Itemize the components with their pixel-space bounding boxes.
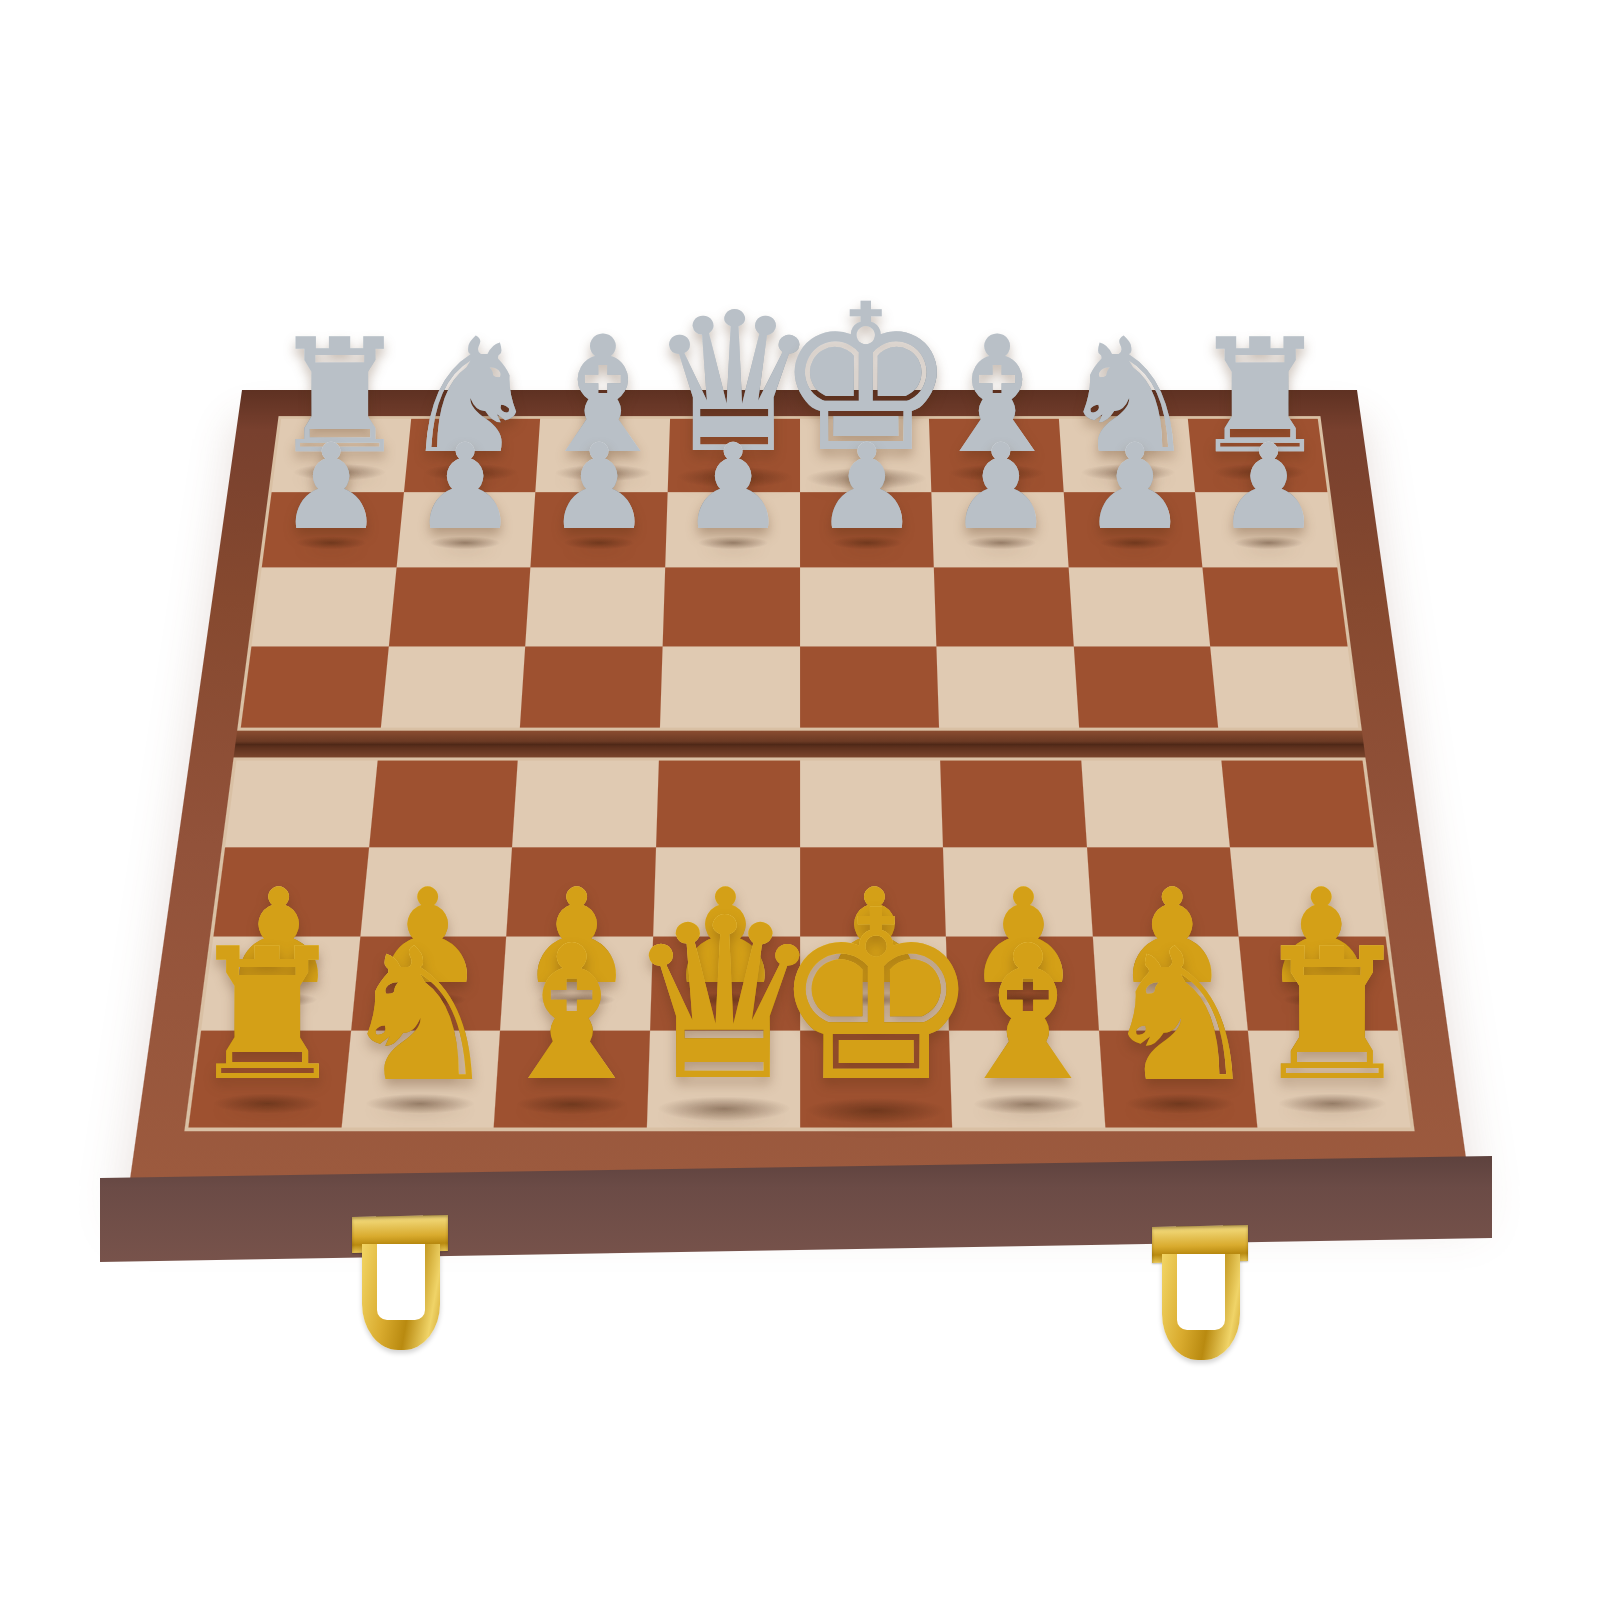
piece-gold-knight-b1[interactable]: ♞ — [338, 924, 502, 1107]
piece-shadow — [1125, 1094, 1235, 1114]
piece-silver-pawn-c7[interactable]: ♟ — [546, 427, 652, 545]
piece-shadow — [1233, 537, 1304, 550]
piece-shadow — [1278, 1094, 1387, 1114]
piece-shadow — [806, 1097, 947, 1123]
piece-gold-rook-a1[interactable]: ♜ — [186, 924, 349, 1106]
piece-gold-rook-h1[interactable]: ♜ — [1251, 924, 1414, 1106]
piece-shadow — [296, 537, 367, 550]
piece-shadow — [972, 1094, 1084, 1114]
piece-shadow — [365, 1094, 475, 1114]
piece-silver-pawn-e7[interactable]: ♟ — [814, 427, 920, 545]
piece-silver-pawn-b7[interactable]: ♟ — [412, 427, 518, 545]
piece-silver-pawn-d7[interactable]: ♟ — [680, 427, 786, 545]
piece-shadow — [516, 1094, 628, 1114]
piece-silver-pawn-g7[interactable]: ♟ — [1082, 427, 1188, 545]
piece-shadow — [213, 1094, 322, 1114]
product-photo-stage: ♜♞♝♛♚♝♞♜♟♟♟♟♟♟♟♟♟♟♟♟♟♟♟♟♜♞♝♛♚♝♞♜ — [0, 0, 1600, 1600]
piece-shadow — [832, 537, 903, 550]
piece-shadow — [698, 537, 769, 550]
pieces-layer: ♜♞♝♛♚♝♞♜♟♟♟♟♟♟♟♟♟♟♟♟♟♟♟♟♜♞♝♛♚♝♞♜ — [0, 0, 1600, 1600]
piece-shadow — [1099, 537, 1170, 550]
piece-silver-pawn-a7[interactable]: ♟ — [278, 427, 384, 545]
piece-shadow — [430, 537, 501, 550]
piece-shadow — [965, 537, 1036, 550]
piece-silver-pawn-f7[interactable]: ♟ — [948, 427, 1054, 545]
piece-shadow — [564, 537, 635, 550]
piece-gold-knight-g1[interactable]: ♞ — [1098, 924, 1262, 1107]
piece-silver-pawn-h7[interactable]: ♟ — [1216, 427, 1322, 545]
piece-gold-bishop-f1[interactable]: ♝ — [945, 921, 1112, 1107]
